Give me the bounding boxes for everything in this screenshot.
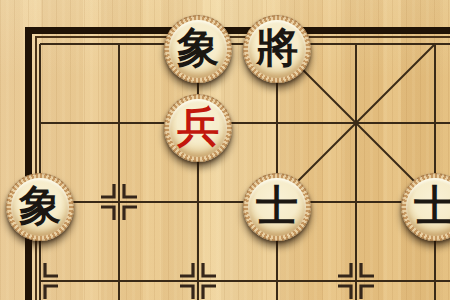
piece-black-elephant-c10[interactable]: 象 (164, 15, 232, 83)
piece-red-soldier-c9[interactable]: 兵 (164, 94, 232, 162)
piece-character: 士 (414, 185, 450, 227)
xiangqi-board-view: 象將兵象士士 (0, 0, 450, 300)
piece-character: 士 (256, 185, 298, 227)
piece-character: 兵 (177, 106, 219, 148)
piece-face: 士 (248, 178, 306, 236)
piece-black-general-d10[interactable]: 將 (243, 15, 311, 83)
piece-character: 象 (19, 185, 61, 227)
piece-black-advisor-d8[interactable]: 士 (243, 173, 311, 241)
piece-black-elephant-a8[interactable]: 象 (6, 173, 74, 241)
piece-face: 士 (406, 178, 450, 236)
piece-character: 象 (177, 27, 219, 69)
piece-face: 兵 (169, 99, 227, 157)
piece-face: 象 (11, 178, 69, 236)
piece-face: 將 (248, 20, 306, 78)
piece-face: 象 (169, 20, 227, 78)
piece-character: 將 (256, 27, 298, 69)
